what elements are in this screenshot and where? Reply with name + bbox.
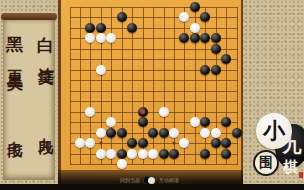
black-stone[interactable] — [96, 23, 106, 33]
back-to-current-label[interactable]: 回到当前 — [120, 177, 140, 183]
black-stone[interactable] — [138, 138, 148, 148]
white-player-name: 连笑 — [38, 54, 54, 58]
toggle-knob — [148, 177, 155, 184]
white-stone[interactable] — [179, 138, 189, 148]
white-stone[interactable] — [75, 138, 85, 148]
white-stone[interactable] — [169, 128, 179, 138]
star-point — [173, 142, 176, 145]
black-stone[interactable] — [211, 65, 221, 75]
black-stone[interactable] — [200, 117, 210, 127]
black-stone[interactable] — [200, 149, 210, 159]
logo-char-xiao: 小 — [263, 116, 285, 146]
grid-vline — [122, 7, 123, 166]
white-stone[interactable] — [96, 128, 106, 138]
black-stone[interactable] — [159, 149, 169, 159]
scroll-paper — [3, 20, 55, 180]
scroll-rod — [1, 13, 57, 20]
white-stone[interactable] — [96, 33, 106, 43]
white-stone[interactable] — [96, 65, 106, 75]
black-stone[interactable] — [221, 54, 231, 64]
black-stone[interactable] — [211, 44, 221, 54]
black-player-rank: 七段 — [7, 129, 22, 133]
white-stone[interactable] — [106, 33, 116, 43]
white-stone[interactable] — [85, 138, 95, 148]
white-stone[interactable] — [85, 107, 95, 117]
bottom-black-bar — [0, 184, 304, 190]
black-stone[interactable] — [179, 33, 189, 43]
go-broadcast-frame: { "game": "go", "players": { "white": { … — [0, 0, 304, 190]
grid-vline — [237, 7, 238, 166]
black-stone[interactable] — [127, 23, 137, 33]
grid-hline — [70, 101, 238, 102]
black-stone[interactable] — [169, 149, 179, 159]
black-stone[interactable] — [127, 138, 137, 148]
black-stone[interactable] — [221, 138, 231, 148]
grid-vline — [205, 7, 206, 166]
black-player-name: 王星昊 — [7, 57, 23, 63]
white-player-rank: 九段 — [38, 126, 53, 130]
grid-hline — [70, 80, 238, 81]
logo-white-stone: 小 — [256, 113, 292, 149]
white-stone[interactable] — [159, 107, 169, 117]
black-stone[interactable] — [200, 33, 210, 43]
grid-hline — [70, 59, 238, 60]
black-stone[interactable] — [159, 128, 169, 138]
player-info-scroll: 白 黑 连笑 王星昊 九段 七段 — [0, 0, 58, 190]
black-color-label: 黑 — [6, 23, 23, 25]
white-stone[interactable] — [106, 149, 116, 159]
star-point — [99, 142, 102, 145]
black-stone[interactable] — [117, 128, 127, 138]
black-stone[interactable] — [117, 12, 127, 22]
black-stone[interactable] — [85, 23, 95, 33]
white-color-label: 白 — [37, 23, 54, 25]
logo-char-qi: 棋 — [283, 158, 298, 177]
grid-vline — [164, 7, 165, 166]
brand-logo: 九 小 围 棋 — [253, 110, 304, 182]
grid-vline — [153, 7, 154, 166]
white-stone[interactable] — [117, 159, 127, 169]
white-stone[interactable] — [138, 149, 148, 159]
grid-hline — [70, 7, 238, 8]
white-stone[interactable] — [190, 23, 200, 33]
black-stone[interactable] — [200, 65, 210, 75]
grid-hline — [70, 164, 238, 165]
grid-vline — [70, 7, 71, 166]
white-stone[interactable] — [148, 149, 158, 159]
black-stone[interactable] — [200, 12, 210, 22]
white-stone[interactable] — [106, 117, 116, 127]
black-stone[interactable] — [211, 33, 221, 43]
white-stone[interactable] — [190, 117, 200, 127]
go-board[interactable] — [58, 0, 243, 190]
black-stone[interactable] — [211, 138, 221, 148]
white-stone[interactable] — [200, 128, 210, 138]
black-stone[interactable] — [117, 149, 127, 159]
last-move-marker — [141, 110, 145, 114]
logo-red-seal — [299, 172, 303, 178]
black-stone[interactable] — [221, 117, 231, 127]
white-stone[interactable] — [96, 149, 106, 159]
white-stone[interactable] — [211, 128, 221, 138]
interactive-kifu-label[interactable]: 互动棋谱 — [159, 177, 179, 183]
logo-char-wei: 围 — [259, 154, 273, 172]
logo-outline-circle: 围 — [253, 150, 279, 176]
grid-hline — [70, 17, 238, 18]
grid-hline — [70, 122, 238, 123]
black-stone[interactable] — [232, 128, 242, 138]
black-stone[interactable] — [138, 117, 148, 127]
grid-vline — [111, 7, 112, 166]
black-stone[interactable] — [190, 33, 200, 43]
black-stone[interactable] — [221, 149, 231, 159]
black-stone[interactable] — [148, 128, 158, 138]
white-stone[interactable] — [179, 12, 189, 22]
white-stone[interactable] — [127, 149, 137, 159]
grid-hline — [70, 91, 238, 92]
black-stone[interactable] — [190, 2, 200, 12]
black-stone[interactable] — [106, 128, 116, 138]
white-stone[interactable] — [85, 33, 95, 43]
